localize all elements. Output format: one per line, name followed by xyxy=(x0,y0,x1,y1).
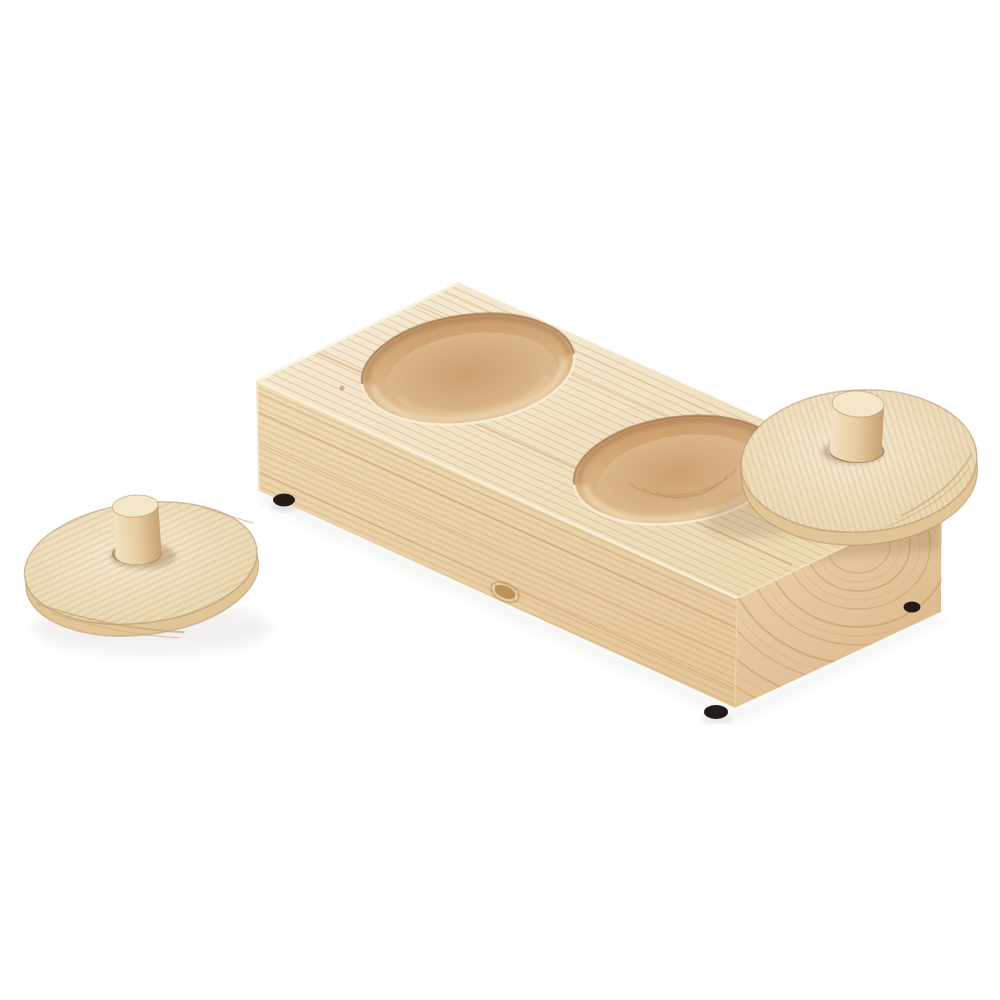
product-photo: Product photo: natural wooden pet puzzle… xyxy=(0,0,1000,1000)
product-photo-svg: Product photo: natural wooden pet puzzle… xyxy=(0,0,1000,1000)
foot-right xyxy=(904,602,921,613)
left-lid-peg xyxy=(112,493,163,566)
top-speck xyxy=(340,386,345,391)
foot-front xyxy=(704,705,728,719)
foot-left xyxy=(273,494,295,507)
right-lid-peg xyxy=(829,390,885,464)
